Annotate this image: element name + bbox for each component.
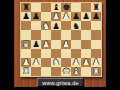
square-b7[interactable]: ♟ xyxy=(31,12,41,21)
square-h8[interactable]: ♜ xyxy=(91,3,101,12)
black-rook-piece: ♜ xyxy=(22,3,30,11)
square-f7[interactable]: ♟ xyxy=(71,12,81,21)
square-h4[interactable] xyxy=(91,40,101,49)
black-king-piece: ♚ xyxy=(62,3,70,11)
chess-board: ♜♝♚♜♟♟♟♟♟♟♟♞♟♞♛♟♟♟♟♟♞♟♟♟♜♚♝♜ xyxy=(20,2,102,77)
square-d3[interactable] xyxy=(51,49,61,58)
white-rook-piece: ♜ xyxy=(22,67,30,75)
square-e7[interactable]: ♟ xyxy=(61,12,71,21)
square-a8[interactable]: ♜ xyxy=(21,3,31,12)
square-d5[interactable] xyxy=(51,30,61,39)
square-c6[interactable]: ♞ xyxy=(41,21,51,30)
square-b3[interactable] xyxy=(31,49,41,58)
square-h2[interactable]: ♟ xyxy=(91,58,101,67)
black-pawn-piece: ♟ xyxy=(92,12,100,20)
square-e6[interactable] xyxy=(61,21,71,30)
white-knight-piece: ♞ xyxy=(52,58,60,66)
white-pawn-piece: ♟ xyxy=(72,58,80,66)
square-e5[interactable] xyxy=(61,30,71,39)
square-h6[interactable] xyxy=(91,21,101,30)
square-f1[interactable]: ♝ xyxy=(71,67,81,76)
square-a4[interactable]: ♛ xyxy=(21,40,31,49)
square-b1[interactable] xyxy=(31,67,41,76)
square-f4[interactable] xyxy=(71,40,81,49)
right-letterbox-bar xyxy=(106,0,120,90)
square-c8[interactable] xyxy=(41,3,51,12)
site-link-button[interactable]: www.griwa.de xyxy=(37,78,84,87)
square-f6[interactable]: ♞ xyxy=(71,21,81,30)
square-d7[interactable]: ♟ xyxy=(51,12,61,21)
square-h7[interactable]: ♟ xyxy=(91,12,101,21)
square-a7[interactable]: ♟ xyxy=(21,12,31,21)
square-g7[interactable]: ♟ xyxy=(81,12,91,21)
white-pawn-piece: ♟ xyxy=(42,40,50,48)
black-rook-piece: ♜ xyxy=(92,3,100,11)
black-pawn-piece: ♟ xyxy=(32,40,40,48)
square-h3[interactable] xyxy=(91,49,101,58)
square-c4[interactable]: ♟ xyxy=(41,40,51,49)
square-d1[interactable] xyxy=(51,67,61,76)
left-letterbox-bar xyxy=(0,0,14,90)
square-e8[interactable]: ♚ xyxy=(61,3,71,12)
square-h5[interactable] xyxy=(91,30,101,39)
square-d8[interactable]: ♝ xyxy=(51,3,61,12)
square-d2[interactable]: ♞ xyxy=(51,58,61,67)
white-knight-piece: ♞ xyxy=(42,21,50,29)
bottom-letterbox-bar xyxy=(0,87,120,90)
square-e2[interactable] xyxy=(61,58,71,67)
white-pawn-piece: ♟ xyxy=(62,40,70,48)
square-f5[interactable] xyxy=(71,30,81,39)
white-bishop-piece: ♝ xyxy=(72,67,80,75)
square-b6[interactable] xyxy=(31,21,41,30)
square-c1[interactable] xyxy=(41,67,51,76)
square-g4[interactable] xyxy=(81,40,91,49)
square-c3[interactable] xyxy=(41,49,51,58)
square-d6[interactable]: ♟ xyxy=(51,21,61,30)
white-pawn-piece: ♟ xyxy=(52,12,60,20)
square-a6[interactable] xyxy=(21,21,31,30)
black-pawn-piece: ♟ xyxy=(52,21,60,29)
white-king-piece: ♚ xyxy=(62,67,70,75)
square-e3[interactable] xyxy=(61,49,71,58)
square-a1[interactable]: ♜ xyxy=(21,67,31,76)
white-queen-piece: ♛ xyxy=(22,40,30,48)
square-f3[interactable] xyxy=(71,49,81,58)
square-b5[interactable] xyxy=(31,30,41,39)
screenshot-root: ♜♝♚♜♟♟♟♟♟♟♟♞♟♞♛♟♟♟♟♟♞♟♟♟♜♚♝♜ www.griwa.d… xyxy=(0,0,120,90)
white-pawn-piece: ♟ xyxy=(92,58,100,66)
black-pawn-piece: ♟ xyxy=(32,12,40,20)
square-e1[interactable]: ♚ xyxy=(61,67,71,76)
square-e4[interactable]: ♟ xyxy=(61,40,71,49)
white-pawn-piece: ♟ xyxy=(62,12,70,20)
white-pawn-piece: ♟ xyxy=(22,58,30,66)
square-c7[interactable] xyxy=(41,12,51,21)
square-g1[interactable] xyxy=(81,67,91,76)
square-c5[interactable] xyxy=(41,30,51,39)
square-b4[interactable]: ♟ xyxy=(31,40,41,49)
square-d4[interactable] xyxy=(51,40,61,49)
square-a5[interactable] xyxy=(21,30,31,39)
white-rook-piece: ♜ xyxy=(92,67,100,75)
black-pawn-piece: ♟ xyxy=(82,12,90,20)
white-pawn-piece: ♟ xyxy=(82,58,90,66)
black-pawn-piece: ♟ xyxy=(22,12,30,20)
square-g8[interactable] xyxy=(81,3,91,12)
square-b8[interactable] xyxy=(31,3,41,12)
black-pawn-piece: ♟ xyxy=(72,12,80,20)
black-bishop-piece: ♝ xyxy=(52,3,60,11)
square-b2[interactable]: ♟ xyxy=(31,58,41,67)
square-g2[interactable]: ♟ xyxy=(81,58,91,67)
square-f2[interactable]: ♟ xyxy=(71,58,81,67)
square-g5[interactable] xyxy=(81,30,91,39)
square-g6[interactable] xyxy=(81,21,91,30)
white-pawn-piece: ♟ xyxy=(32,58,40,66)
square-h1[interactable]: ♜ xyxy=(91,67,101,76)
black-knight-piece: ♞ xyxy=(72,21,80,29)
square-a2[interactable]: ♟ xyxy=(21,58,31,67)
square-a3[interactable] xyxy=(21,49,31,58)
square-c2[interactable] xyxy=(41,58,51,67)
square-f8[interactable] xyxy=(71,3,81,12)
square-g3[interactable] xyxy=(81,49,91,58)
